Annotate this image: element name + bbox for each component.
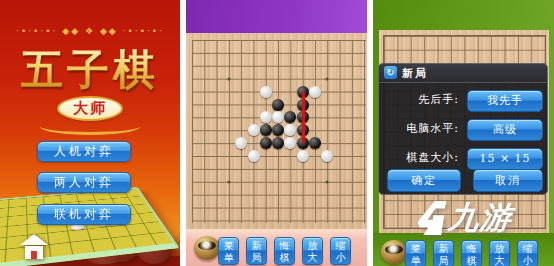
white-stone <box>272 111 284 123</box>
select-board-size[interactable]: 15 × 15 <box>467 148 543 170</box>
star-point <box>326 180 329 183</box>
button-online-play[interactable]: 联机对弈 <box>37 204 131 225</box>
label-computer-level: 电脑水平: <box>379 119 459 139</box>
home-roof <box>20 234 48 245</box>
button-menu[interactable]: 菜单 <box>405 240 426 266</box>
select-computer-level[interactable]: 高级 <box>467 119 543 141</box>
button-zoom-in[interactable]: 放大 <box>489 240 510 266</box>
black-stone <box>272 137 284 149</box>
gold-ornament-border: ·•·•·•· ◆◆ ❖ ◆◆ ·•·•·•· <box>0 26 180 36</box>
black-stone <box>272 99 284 111</box>
page-title: 五子棋 <box>0 42 180 98</box>
home-door <box>31 251 37 259</box>
button-zoom-out[interactable]: 缩小 <box>330 237 351 265</box>
stone-bowl-icon <box>194 236 220 260</box>
cancel-button[interactable]: 取消 <box>473 169 543 192</box>
white-stone <box>235 137 247 149</box>
white-stone <box>284 124 296 136</box>
ok-button[interactable]: 确定 <box>387 169 461 192</box>
button-new-game[interactable]: 新局 <box>246 237 267 265</box>
9game-watermark: 九游 <box>418 197 512 239</box>
app-screenshot: ·•·•·•· ◆◆ ❖ ◆◆ ·•·•·•· 五子棋 大师 人机对弈 两人对弈… <box>0 0 554 266</box>
button-zoom-in[interactable]: 放大 <box>302 237 323 265</box>
purple-top-bar <box>186 0 367 33</box>
button-zoom-out[interactable]: 缩小 <box>517 240 538 266</box>
button-human-vs-computer[interactable]: 人机对弈 <box>37 141 131 162</box>
star-point <box>326 77 329 80</box>
panel-main-menu: ·•·•·•· ◆◆ ❖ ◆◆ ·•·•·•· 五子棋 大师 人机对弈 两人对弈… <box>0 0 180 266</box>
button-two-players[interactable]: 两人对弈 <box>37 172 131 193</box>
dialog-title: 新局 <box>402 66 428 81</box>
panel-game-board: 菜单 新局 悔棋 放大 缩小 <box>186 0 367 266</box>
game-toolbar: 菜单 新局 悔棋 放大 缩小 <box>186 229 367 266</box>
black-stone <box>309 137 321 149</box>
black-stone <box>284 111 296 123</box>
dialog-header: ↻ 新局 <box>379 64 547 83</box>
white-stone <box>260 86 272 98</box>
label-first-move: 先后手: <box>379 90 459 110</box>
new-game-dialog: ↻ 新局 先后手: 我先手 电脑水平: 高级 棋盘大小: 15 × 15 确定 … <box>378 63 548 195</box>
board-lattice[interactable] <box>192 40 366 223</box>
win-line <box>302 92 305 144</box>
white-stone <box>309 86 321 98</box>
select-first-move[interactable]: 我先手 <box>467 90 543 112</box>
9game-logo-icon <box>416 201 447 235</box>
gomoku-board[interactable] <box>186 33 367 229</box>
stone-bowl-icon <box>381 240 407 264</box>
white-stone <box>248 150 260 162</box>
9game-logo-text: 九游 <box>446 197 514 239</box>
button-menu[interactable]: 菜单 <box>218 237 239 265</box>
button-undo-move[interactable]: 悔棋 <box>461 240 482 266</box>
button-new-game[interactable]: 新局 <box>433 240 454 266</box>
black-stone <box>272 124 284 136</box>
label-board-size: 棋盘大小: <box>379 148 459 168</box>
button-undo-move[interactable]: 悔棋 <box>274 237 295 265</box>
white-stone <box>284 137 296 149</box>
black-stone <box>260 137 272 149</box>
white-stone <box>297 150 309 162</box>
star-point <box>227 77 230 80</box>
white-stone <box>248 124 260 136</box>
black-stone <box>260 124 272 136</box>
white-stone <box>260 111 272 123</box>
star-point <box>227 180 230 183</box>
home-icon[interactable] <box>20 234 48 262</box>
gold-flourish <box>40 118 140 135</box>
new-game-icon: ↻ <box>384 66 397 79</box>
white-stone <box>321 150 333 162</box>
